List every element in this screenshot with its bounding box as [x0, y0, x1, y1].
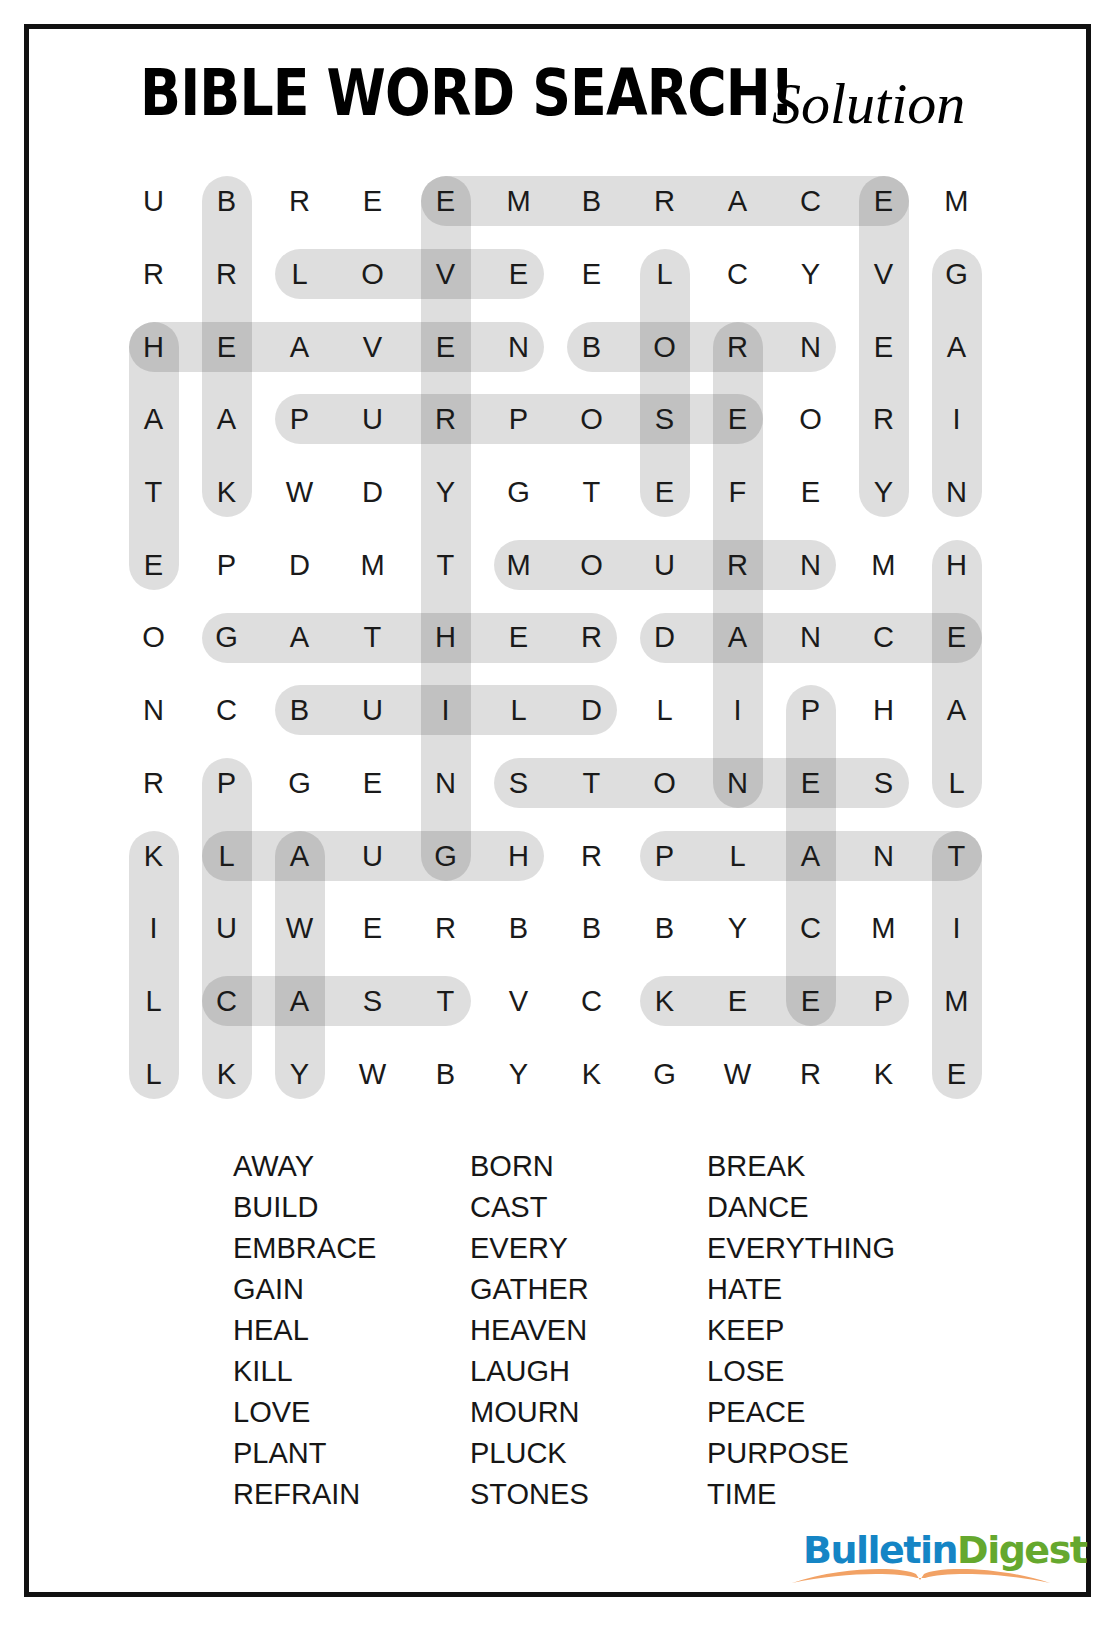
word-item-born: BORN: [470, 1146, 589, 1187]
grid-cell-r7c1: O: [118, 601, 189, 674]
grid-cell-r11c12: I: [921, 892, 992, 965]
page-title-solution: Solution: [772, 70, 965, 137]
grid-cell-r4c12: I: [921, 383, 992, 456]
grid-cell-r11c1: I: [118, 892, 189, 965]
grid-cell-r4c6: P: [483, 383, 554, 456]
grid-cell-r12c8: K: [629, 965, 700, 1038]
grid-cell-r8c9: I: [702, 674, 773, 747]
grid-cell-r2c6: E: [483, 238, 554, 311]
grid-cell-r7c3: A: [264, 601, 335, 674]
grid-cell-r10c3: A: [264, 819, 335, 892]
grid-cell-r6c11: M: [848, 528, 919, 601]
word-item-kill: KILL: [233, 1351, 376, 1392]
grid-cell-r11c2: U: [191, 892, 262, 965]
grid-cell-r6c1: E: [118, 528, 189, 601]
grid-cell-r7c6: E: [483, 601, 554, 674]
grid-cell-r4c10: O: [775, 383, 846, 456]
grid-cell-r12c12: M: [921, 965, 992, 1038]
word-item-gather: GATHER: [470, 1269, 589, 1310]
grid-cell-r6c6: M: [483, 528, 554, 601]
grid-cell-r7c11: C: [848, 601, 919, 674]
grid-cell-r11c9: Y: [702, 892, 773, 965]
grid-cell-r8c12: A: [921, 674, 992, 747]
grid-cell-r3c12: A: [921, 310, 992, 383]
word-item-dance: DANCE: [707, 1187, 895, 1228]
grid-cell-r5c6: G: [483, 456, 554, 529]
grid-cell-r1c5: E: [410, 165, 481, 238]
grid-cell-r1c8: R: [629, 165, 700, 238]
grid-cell-r2c3: L: [264, 238, 335, 311]
grid-cell-r10c8: P: [629, 819, 700, 892]
word-item-keep: KEEP: [707, 1310, 895, 1351]
grid-cell-r8c11: H: [848, 674, 919, 747]
grid-cell-r4c3: P: [264, 383, 335, 456]
word-item-heaven: HEAVEN: [470, 1310, 589, 1351]
grid-cell-r4c4: U: [337, 383, 408, 456]
word-item-mourn: MOURN: [470, 1392, 589, 1433]
word-item-stones: STONES: [470, 1474, 589, 1515]
grid-cell-r6c4: M: [337, 528, 408, 601]
grid-cell-r5c2: K: [191, 456, 262, 529]
word-item-break: BREAK: [707, 1146, 895, 1187]
grid-cell-r2c7: E: [556, 238, 627, 311]
grid-cell-r13c6: Y: [483, 1037, 554, 1110]
grid-cell-r11c4: E: [337, 892, 408, 965]
grid-cell-r2c5: V: [410, 238, 481, 311]
grid-cell-r2c10: Y: [775, 238, 846, 311]
word-search-board: UBREEMBRACEMRRLOVEELCYVGHEAVENBORNEAAAPU…: [117, 165, 993, 1111]
grid-cell-r13c11: K: [848, 1037, 919, 1110]
grid-cell-r6c8: U: [629, 528, 700, 601]
grid-cell-r5c8: E: [629, 456, 700, 529]
grid-cell-r3c9: R: [702, 310, 773, 383]
grid-cell-r7c12: E: [921, 601, 992, 674]
grid-cell-r5c5: Y: [410, 456, 481, 529]
grid-cell-r9c5: N: [410, 747, 481, 820]
grid-cell-r7c10: N: [775, 601, 846, 674]
grid-cell-r1c6: M: [483, 165, 554, 238]
grid-cell-r5c1: T: [118, 456, 189, 529]
grid-cell-r8c2: C: [191, 674, 262, 747]
grid-cell-r12c6: V: [483, 965, 554, 1038]
word-item-plant: PLANT: [233, 1433, 376, 1474]
grid-cell-r6c2: P: [191, 528, 262, 601]
grid-cell-r12c1: L: [118, 965, 189, 1038]
grid-cell-r12c2: C: [191, 965, 262, 1038]
page: BIBLE WORD SEARCH! Solution UBREEMBRACEM…: [0, 0, 1115, 1633]
word-list-column-2: BORNCASTEVERYGATHERHEAVENLAUGHMOURNPLUCK…: [470, 1146, 589, 1515]
grid-cell-r6c9: R: [702, 528, 773, 601]
grid-cell-r3c11: E: [848, 310, 919, 383]
grid-cell-r4c5: R: [410, 383, 481, 456]
grid-cell-r9c4: E: [337, 747, 408, 820]
grid-cell-r12c3: A: [264, 965, 335, 1038]
bulletin-digest-logo: BulletinDigest: [803, 1528, 1086, 1572]
grid-cell-r1c12: M: [921, 165, 992, 238]
logo-bulletin-text: Bulletin: [803, 1528, 957, 1572]
grid-cell-r2c1: R: [118, 238, 189, 311]
grid-cell-r5c10: E: [775, 456, 846, 529]
grid-cell-r2c2: R: [191, 238, 262, 311]
grid-cell-r3c4: V: [337, 310, 408, 383]
grid-cell-r10c12: T: [921, 819, 992, 892]
grid-cell-r9c12: L: [921, 747, 992, 820]
word-item-hate: HATE: [707, 1269, 895, 1310]
grid-cell-r9c2: P: [191, 747, 262, 820]
grid-cell-r13c8: G: [629, 1037, 700, 1110]
grid-cell-r8c3: B: [264, 674, 335, 747]
grid-cell-r1c3: R: [264, 165, 335, 238]
grid-cell-r5c4: D: [337, 456, 408, 529]
logo-digest-text: Digest: [957, 1528, 1086, 1572]
grid-cell-r2c11: V: [848, 238, 919, 311]
grid-cell-r1c1: U: [118, 165, 189, 238]
grid-cell-r13c7: K: [556, 1037, 627, 1110]
grid-cell-r11c5: R: [410, 892, 481, 965]
word-item-everything: EVERYTHING: [707, 1228, 895, 1269]
grid-cell-r8c5: I: [410, 674, 481, 747]
grid-cell-r7c2: G: [191, 601, 262, 674]
word-item-purpose: PURPOSE: [707, 1433, 895, 1474]
grid-cell-r10c2: L: [191, 819, 262, 892]
grid-cell-r13c1: L: [118, 1037, 189, 1110]
word-item-build: BUILD: [233, 1187, 376, 1228]
grid-cell-r6c12: H: [921, 528, 992, 601]
grid-cell-r5c9: F: [702, 456, 773, 529]
grid-cell-r3c8: O: [629, 310, 700, 383]
grid-cell-r13c4: W: [337, 1037, 408, 1110]
grid-cell-r10c5: G: [410, 819, 481, 892]
grid-cell-r12c7: C: [556, 965, 627, 1038]
word-item-lose: LOSE: [707, 1351, 895, 1392]
word-item-embrace: EMBRACE: [233, 1228, 376, 1269]
grid-cell-r1c9: A: [702, 165, 773, 238]
grid-cell-r10c6: H: [483, 819, 554, 892]
grid-cell-r9c3: G: [264, 747, 335, 820]
word-item-away: AWAY: [233, 1146, 376, 1187]
grid-cell-r8c6: L: [483, 674, 554, 747]
grid-cell-r9c10: E: [775, 747, 846, 820]
grid-cell-r6c10: N: [775, 528, 846, 601]
grid-cell-r9c7: T: [556, 747, 627, 820]
grid-cell-r11c11: M: [848, 892, 919, 965]
grid-cell-r3c1: H: [118, 310, 189, 383]
word-item-cast: CAST: [470, 1187, 589, 1228]
grid-cell-r7c5: H: [410, 601, 481, 674]
grid-cell-r6c7: O: [556, 528, 627, 601]
grid-cell-r9c11: S: [848, 747, 919, 820]
grid-cell-r13c2: K: [191, 1037, 262, 1110]
grid-cell-r4c11: R: [848, 383, 919, 456]
grid-cell-r3c5: E: [410, 310, 481, 383]
word-item-time: TIME: [707, 1474, 895, 1515]
grid-cell-r4c9: E: [702, 383, 773, 456]
letter-grid: UBREEMBRACEMRRLOVEELCYVGHEAVENBORNEAAAPU…: [117, 165, 993, 1110]
grid-cell-r12c4: S: [337, 965, 408, 1038]
grid-cell-r11c6: B: [483, 892, 554, 965]
grid-cell-r4c1: A: [118, 383, 189, 456]
word-item-peace: PEACE: [707, 1392, 895, 1433]
grid-cell-r13c3: Y: [264, 1037, 335, 1110]
grid-cell-r12c9: E: [702, 965, 773, 1038]
grid-cell-r5c12: N: [921, 456, 992, 529]
grid-cell-r7c7: R: [556, 601, 627, 674]
grid-cell-r7c9: A: [702, 601, 773, 674]
grid-cell-r10c7: R: [556, 819, 627, 892]
grid-cell-r10c11: N: [848, 819, 919, 892]
word-item-heal: HEAL: [233, 1310, 376, 1351]
grid-cell-r13c5: B: [410, 1037, 481, 1110]
grid-cell-r7c8: D: [629, 601, 700, 674]
grid-cell-r11c10: C: [775, 892, 846, 965]
grid-cell-r4c7: O: [556, 383, 627, 456]
grid-cell-r1c11: E: [848, 165, 919, 238]
grid-cell-r3c2: E: [191, 310, 262, 383]
grid-cell-r12c5: T: [410, 965, 481, 1038]
word-item-pluck: PLUCK: [470, 1433, 589, 1474]
grid-cell-r10c10: A: [775, 819, 846, 892]
grid-cell-r3c6: N: [483, 310, 554, 383]
grid-cell-r2c8: L: [629, 238, 700, 311]
word-item-every: EVERY: [470, 1228, 589, 1269]
grid-cell-r11c8: B: [629, 892, 700, 965]
grid-cell-r11c3: W: [264, 892, 335, 965]
grid-cell-r9c9: N: [702, 747, 773, 820]
grid-cell-r9c8: O: [629, 747, 700, 820]
grid-cell-r3c3: A: [264, 310, 335, 383]
grid-cell-r4c8: S: [629, 383, 700, 456]
grid-cell-r6c5: T: [410, 528, 481, 601]
grid-cell-r8c7: D: [556, 674, 627, 747]
grid-cell-r13c10: R: [775, 1037, 846, 1110]
grid-cell-r9c1: R: [118, 747, 189, 820]
grid-cell-r12c11: P: [848, 965, 919, 1038]
grid-cell-r1c2: B: [191, 165, 262, 238]
grid-cell-r1c7: B: [556, 165, 627, 238]
grid-cell-r10c1: K: [118, 819, 189, 892]
grid-cell-r8c10: P: [775, 674, 846, 747]
grid-cell-r8c4: U: [337, 674, 408, 747]
grid-cell-r11c7: B: [556, 892, 627, 965]
word-list-column-3: BREAKDANCEEVERYTHINGHATEKEEPLOSEPEACEPUR…: [707, 1146, 895, 1515]
grid-cell-r9c6: S: [483, 747, 554, 820]
grid-cell-r1c10: C: [775, 165, 846, 238]
grid-cell-r5c7: T: [556, 456, 627, 529]
word-list-column-1: AWAYBUILDEMBRACEGAINHEALKILLLOVEPLANTREF…: [233, 1146, 376, 1515]
grid-cell-r13c9: W: [702, 1037, 773, 1110]
grid-cell-r8c1: N: [118, 674, 189, 747]
grid-cell-r7c4: T: [337, 601, 408, 674]
grid-cell-r10c4: U: [337, 819, 408, 892]
grid-cell-r10c9: L: [702, 819, 773, 892]
word-item-laugh: LAUGH: [470, 1351, 589, 1392]
grid-cell-r6c3: D: [264, 528, 335, 601]
grid-cell-r5c11: Y: [848, 456, 919, 529]
word-item-refrain: REFRAIN: [233, 1474, 376, 1515]
grid-cell-r5c3: W: [264, 456, 335, 529]
page-title: BIBLE WORD SEARCH!: [140, 56, 794, 130]
grid-cell-r3c7: B: [556, 310, 627, 383]
grid-cell-r2c9: C: [702, 238, 773, 311]
grid-cell-r3c10: N: [775, 310, 846, 383]
grid-cell-r12c10: E: [775, 965, 846, 1038]
word-item-gain: GAIN: [233, 1269, 376, 1310]
word-item-love: LOVE: [233, 1392, 376, 1433]
grid-cell-r2c4: O: [337, 238, 408, 311]
grid-cell-r8c8: L: [629, 674, 700, 747]
grid-cell-r4c2: A: [191, 383, 262, 456]
grid-cell-r2c12: G: [921, 238, 992, 311]
grid-cell-r1c4: E: [337, 165, 408, 238]
grid-cell-r13c12: E: [921, 1037, 992, 1110]
